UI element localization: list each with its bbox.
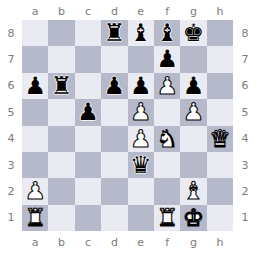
square-a7[interactable] — [22, 46, 48, 72]
square-d5[interactable] — [101, 99, 127, 125]
black-pawn[interactable]: ♟ — [156, 46, 178, 72]
square-c6[interactable] — [75, 73, 101, 99]
square-b6[interactable]: ♜ — [48, 73, 74, 99]
file-label-f-top: f — [154, 0, 180, 20]
square-g3[interactable] — [180, 152, 206, 178]
square-b1[interactable] — [48, 205, 74, 231]
square-c5[interactable]: ♟ — [75, 99, 101, 125]
square-a6[interactable]: ♟ — [22, 73, 48, 99]
white-pawn[interactable]: ♟ — [130, 126, 152, 152]
square-c1[interactable] — [75, 205, 101, 231]
square-d1[interactable] — [101, 205, 127, 231]
white-pawn[interactable]: ♟ — [130, 99, 152, 125]
square-b4[interactable] — [48, 126, 74, 152]
square-g5[interactable]: ♟ — [180, 99, 206, 125]
file-label-a-bottom: a — [22, 231, 48, 256]
square-d2[interactable] — [101, 178, 127, 204]
file-label-d-top: d — [101, 0, 127, 20]
file-label-c-top: c — [75, 0, 101, 20]
square-d4[interactable] — [101, 126, 127, 152]
square-c2[interactable] — [75, 178, 101, 204]
square-b5[interactable] — [48, 99, 74, 125]
board-corner — [233, 231, 257, 256]
square-c3[interactable] — [75, 152, 101, 178]
file-label-c-bottom: c — [75, 231, 101, 256]
file-label-e-bottom: e — [128, 231, 154, 256]
square-d8[interactable]: ♜ — [101, 20, 127, 46]
rank-label-1-right: 1 — [233, 205, 257, 231]
square-f7[interactable]: ♟ — [154, 46, 180, 72]
square-g7[interactable] — [180, 46, 206, 72]
white-bishop[interactable]: ♝ — [183, 178, 205, 204]
file-label-e-top: e — [128, 0, 154, 20]
rank-label-6-right: 6 — [233, 73, 257, 99]
black-rook[interactable]: ♜ — [104, 20, 126, 46]
rank-label-6-left: 6 — [0, 73, 22, 99]
white-pawn[interactable]: ♟ — [24, 178, 46, 204]
rank-label-8-left: 8 — [0, 20, 22, 46]
square-a8[interactable] — [22, 20, 48, 46]
square-c8[interactable] — [75, 20, 101, 46]
rank-label-2-right: 2 — [233, 178, 257, 204]
white-pawn[interactable]: ♟ — [156, 73, 178, 99]
square-a3[interactable] — [22, 152, 48, 178]
rank-label-8-right: 8 — [233, 20, 257, 46]
rank-label-7-right: 7 — [233, 46, 257, 72]
square-b7[interactable] — [48, 46, 74, 72]
square-h5[interactable] — [207, 99, 233, 125]
square-f8[interactable]: ♝ — [154, 20, 180, 46]
black-pawn[interactable]: ♟ — [77, 99, 99, 125]
rank-label-7-left: 7 — [0, 46, 22, 72]
rank-label-3-right: 3 — [233, 152, 257, 178]
square-g6[interactable]: ♟ — [180, 73, 206, 99]
square-h4[interactable]: ♛ — [207, 126, 233, 152]
square-e5[interactable]: ♟ — [128, 99, 154, 125]
black-pawn[interactable]: ♟ — [130, 73, 152, 99]
black-pawn[interactable]: ♟ — [183, 73, 205, 99]
black-bishop[interactable]: ♝ — [130, 20, 152, 46]
black-queen[interactable]: ♛ — [130, 152, 152, 178]
square-e8[interactable]: ♝ — [128, 20, 154, 46]
square-f5[interactable] — [154, 99, 180, 125]
square-d7[interactable] — [101, 46, 127, 72]
file-label-g-top: g — [180, 0, 206, 20]
rank-label-5-right: 5 — [233, 99, 257, 125]
file-label-a-top: a — [22, 0, 48, 20]
black-bishop[interactable]: ♝ — [156, 20, 178, 46]
square-h7[interactable] — [207, 46, 233, 72]
black-king[interactable]: ♚ — [183, 20, 205, 46]
rank-label-3-left: 3 — [0, 152, 22, 178]
square-e4[interactable]: ♟ — [128, 126, 154, 152]
square-b3[interactable] — [48, 152, 74, 178]
board-corner — [233, 0, 257, 20]
square-a4[interactable] — [22, 126, 48, 152]
square-f4[interactable]: ♞ — [154, 126, 180, 152]
square-d6[interactable]: ♟ — [101, 73, 127, 99]
chess-board-diagram: abcdefgh8♜♝♝♚87♟76♟♜♟♟♟♟65♟♟♟54♟♞♛43♛32♟… — [0, 0, 257, 256]
board-corner — [0, 231, 22, 256]
rank-label-1-left: 1 — [0, 205, 22, 231]
file-label-h-top: h — [207, 0, 233, 20]
square-g1[interactable]: ♚ — [180, 205, 206, 231]
black-pawn[interactable]: ♟ — [104, 73, 126, 99]
file-label-b-bottom: b — [48, 231, 74, 256]
file-label-h-bottom: h — [207, 231, 233, 256]
board-corner — [0, 0, 22, 20]
square-f2[interactable] — [154, 178, 180, 204]
black-pawn[interactable]: ♟ — [24, 73, 46, 99]
square-h3[interactable] — [207, 152, 233, 178]
square-e6[interactable]: ♟ — [128, 73, 154, 99]
file-label-d-bottom: d — [101, 231, 127, 256]
square-h6[interactable] — [207, 73, 233, 99]
rank-label-5-left: 5 — [0, 99, 22, 125]
square-e1[interactable] — [128, 205, 154, 231]
square-d3[interactable] — [101, 152, 127, 178]
square-a2[interactable]: ♟ — [22, 178, 48, 204]
file-label-b-top: b — [48, 0, 74, 20]
square-e3[interactable]: ♛ — [128, 152, 154, 178]
file-label-f-bottom: f — [154, 231, 180, 256]
white-queen[interactable]: ♛ — [209, 126, 231, 152]
white-knight[interactable]: ♞ — [156, 126, 178, 152]
square-f6[interactable]: ♟ — [154, 73, 180, 99]
square-h2[interactable] — [207, 178, 233, 204]
white-king[interactable]: ♚ — [183, 205, 205, 231]
rank-label-2-left: 2 — [0, 178, 22, 204]
rank-label-4-right: 4 — [233, 126, 257, 152]
square-h8[interactable] — [207, 20, 233, 46]
square-e2[interactable] — [128, 178, 154, 204]
file-label-g-bottom: g — [180, 231, 206, 256]
white-pawn[interactable]: ♟ — [183, 99, 205, 125]
square-h1[interactable] — [207, 205, 233, 231]
white-rook[interactable]: ♜ — [156, 205, 178, 231]
square-b8[interactable] — [48, 20, 74, 46]
black-rook[interactable]: ♜ — [51, 73, 73, 99]
rank-label-4-left: 4 — [0, 126, 22, 152]
square-g4[interactable] — [180, 126, 206, 152]
square-g2[interactable]: ♝ — [180, 178, 206, 204]
square-e7[interactable] — [128, 46, 154, 72]
square-c4[interactable] — [75, 126, 101, 152]
square-a1[interactable]: ♜ — [22, 205, 48, 231]
white-rook[interactable]: ♜ — [24, 205, 46, 231]
square-f1[interactable]: ♜ — [154, 205, 180, 231]
square-g8[interactable]: ♚ — [180, 20, 206, 46]
square-a5[interactable] — [22, 99, 48, 125]
square-f3[interactable] — [154, 152, 180, 178]
square-c7[interactable] — [75, 46, 101, 72]
square-b2[interactable] — [48, 178, 74, 204]
